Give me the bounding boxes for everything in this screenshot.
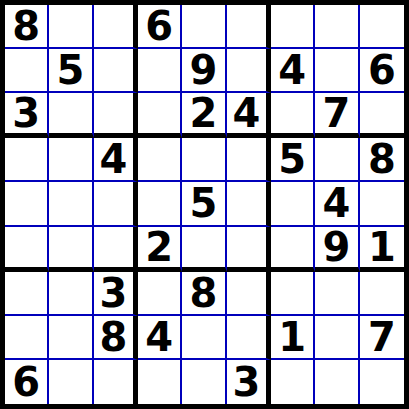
- cell-r1c2[interactable]: [49, 5, 93, 49]
- cell-r3c2[interactable]: [49, 93, 93, 138]
- cell-r3c9[interactable]: [360, 93, 404, 138]
- cell-r1c9[interactable]: [360, 5, 404, 49]
- cell-r5c8[interactable]: 4: [315, 182, 359, 226]
- cell-r7c9[interactable]: [360, 272, 404, 316]
- cell-r1c1[interactable]: 8: [5, 5, 49, 49]
- cell-r6c2[interactable]: [49, 227, 93, 272]
- cell-r4c5[interactable]: [182, 138, 226, 182]
- cell-r3c6[interactable]: 4: [227, 93, 271, 138]
- cell-r1c3[interactable]: [94, 5, 138, 49]
- cell-r5c6[interactable]: [227, 182, 271, 226]
- cell-r6c4[interactable]: 2: [138, 227, 182, 272]
- cell-r7c3[interactable]: 3: [94, 272, 138, 316]
- cell-r6c9[interactable]: 1: [360, 227, 404, 272]
- cell-r3c3[interactable]: [94, 93, 138, 138]
- cell-r4c1[interactable]: [5, 138, 49, 182]
- cell-r2c8[interactable]: [315, 49, 359, 93]
- cell-r2c3[interactable]: [94, 49, 138, 93]
- cell-r2c6[interactable]: [227, 49, 271, 93]
- cell-r1c7[interactable]: [271, 5, 315, 49]
- cell-r7c8[interactable]: [315, 272, 359, 316]
- cell-r8c7[interactable]: 1: [271, 316, 315, 360]
- cell-r4c2[interactable]: [49, 138, 93, 182]
- cell-r4c4[interactable]: [138, 138, 182, 182]
- cell-r1c6[interactable]: [227, 5, 271, 49]
- cell-r9c3[interactable]: [94, 360, 138, 404]
- cell-r7c2[interactable]: [49, 272, 93, 316]
- cell-r8c6[interactable]: [227, 316, 271, 360]
- cell-r2c5[interactable]: 9: [182, 49, 226, 93]
- cell-r8c5[interactable]: [182, 316, 226, 360]
- cell-r6c3[interactable]: [94, 227, 138, 272]
- cell-r4c9[interactable]: 8: [360, 138, 404, 182]
- cell-r5c2[interactable]: [49, 182, 93, 226]
- cell-r5c7[interactable]: [271, 182, 315, 226]
- cell-r6c6[interactable]: [227, 227, 271, 272]
- cell-r8c1[interactable]: [5, 316, 49, 360]
- cell-r5c3[interactable]: [94, 182, 138, 226]
- cell-r7c1[interactable]: [5, 272, 49, 316]
- cell-r4c7[interactable]: 5: [271, 138, 315, 182]
- cell-r8c8[interactable]: [315, 316, 359, 360]
- cell-r2c4[interactable]: [138, 49, 182, 93]
- cell-r2c2[interactable]: 5: [49, 49, 93, 93]
- cell-r5c1[interactable]: [5, 182, 49, 226]
- cell-r7c5[interactable]: 8: [182, 272, 226, 316]
- cell-r2c9[interactable]: 6: [360, 49, 404, 93]
- cell-r9c4[interactable]: [138, 360, 182, 404]
- cell-r7c6[interactable]: [227, 272, 271, 316]
- cell-r5c5[interactable]: 5: [182, 182, 226, 226]
- cell-r8c3[interactable]: 8: [94, 316, 138, 360]
- cell-r6c1[interactable]: [5, 227, 49, 272]
- cell-r6c8[interactable]: 9: [315, 227, 359, 272]
- cell-r1c8[interactable]: [315, 5, 359, 49]
- cell-r2c1[interactable]: [5, 49, 49, 93]
- cell-r8c2[interactable]: [49, 316, 93, 360]
- cell-r2c7[interactable]: 4: [271, 49, 315, 93]
- cell-r4c6[interactable]: [227, 138, 271, 182]
- cell-r9c5[interactable]: [182, 360, 226, 404]
- cell-r7c7[interactable]: [271, 272, 315, 316]
- cell-r9c6[interactable]: 3: [227, 360, 271, 404]
- cell-r3c4[interactable]: [138, 93, 182, 138]
- cell-r9c9[interactable]: [360, 360, 404, 404]
- cell-r5c9[interactable]: [360, 182, 404, 226]
- cell-r3c1[interactable]: 3: [5, 93, 49, 138]
- cell-r5c4[interactable]: [138, 182, 182, 226]
- cell-r7c4[interactable]: [138, 272, 182, 316]
- cell-r9c1[interactable]: 6: [5, 360, 49, 404]
- cell-r8c4[interactable]: 4: [138, 316, 182, 360]
- sudoku-board: 86594632474585429138841763: [0, 0, 409, 409]
- cell-r1c4[interactable]: 6: [138, 5, 182, 49]
- cell-r3c8[interactable]: 7: [315, 93, 359, 138]
- cell-r9c7[interactable]: [271, 360, 315, 404]
- cell-r4c3[interactable]: 4: [94, 138, 138, 182]
- cell-r4c8[interactable]: [315, 138, 359, 182]
- cell-r8c9[interactable]: 7: [360, 316, 404, 360]
- cell-r9c8[interactable]: [315, 360, 359, 404]
- cell-r6c5[interactable]: [182, 227, 226, 272]
- cell-r3c7[interactable]: [271, 93, 315, 138]
- cell-r6c7[interactable]: [271, 227, 315, 272]
- cell-r9c2[interactable]: [49, 360, 93, 404]
- cell-r1c5[interactable]: [182, 5, 226, 49]
- cell-r3c5[interactable]: 2: [182, 93, 226, 138]
